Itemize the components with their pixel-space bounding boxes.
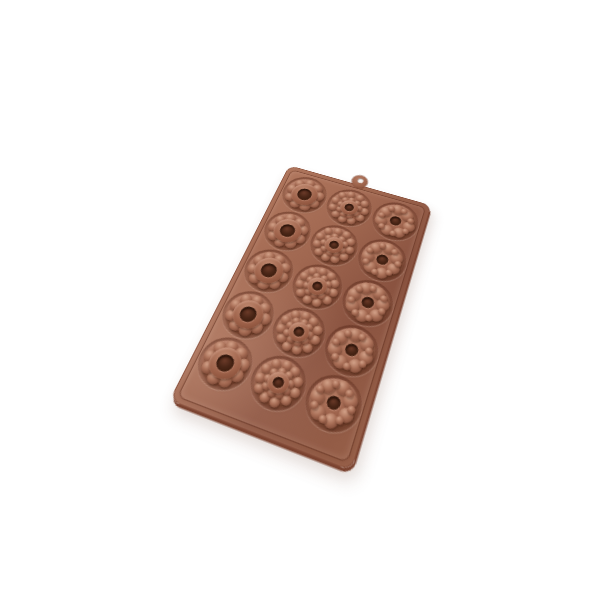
- cavity-grid: [169, 165, 431, 471]
- chocolate-mold-tray: [169, 165, 431, 471]
- product-photo: [0, 0, 600, 600]
- mold-cavity-swirl-r5c3: [298, 369, 367, 440]
- hang-hole: [356, 178, 364, 184]
